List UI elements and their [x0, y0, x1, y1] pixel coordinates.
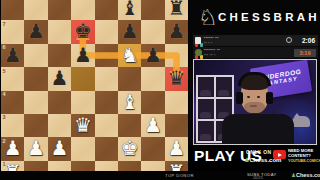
rank-label-4: 4 [3, 91, 6, 97]
square-h6[interactable] [165, 44, 188, 67]
square-a4[interactable]: 4 [1, 91, 24, 114]
square-f8[interactable] [118, 0, 141, 20]
square-f7[interactable] [118, 20, 141, 43]
square-e7[interactable] [95, 20, 118, 43]
square-h7[interactable] [165, 20, 188, 43]
square-b8[interactable] [24, 0, 47, 20]
board-squares[interactable]: 7654321 [1, 0, 188, 180]
square-g7[interactable] [141, 20, 164, 43]
chat-timestamp: 2:06 [302, 37, 315, 44]
hat [200, 134, 211, 140]
square-g4[interactable] [141, 91, 164, 114]
square-d6[interactable] [71, 44, 94, 67]
square-a7[interactable]: 7 [1, 20, 24, 43]
rank-label-7: 7 [3, 21, 6, 27]
square-c6[interactable] [48, 44, 71, 67]
need-more-content-text: NEED MORE CONTENT? [288, 149, 320, 158]
square-d2[interactable] [71, 137, 94, 160]
square-c5[interactable] [48, 67, 71, 90]
hat [218, 90, 229, 96]
square-a6[interactable]: 6 [1, 44, 24, 67]
square-e6[interactable] [95, 44, 118, 67]
shelf-cubby [198, 99, 214, 119]
square-f5[interactable] [118, 67, 141, 90]
square-b3[interactable] [24, 114, 47, 137]
square-c7[interactable] [48, 20, 71, 43]
chat-username: ▪▪▪▪▪▪ ▪▪ [204, 36, 219, 40]
shelf-cubby [198, 121, 214, 141]
square-h8[interactable] [165, 0, 188, 20]
cat [292, 116, 310, 127]
rank-label-6: 6 [3, 44, 6, 50]
chat-avatar-icon [195, 37, 201, 44]
chesscom-text: Chess.com [296, 172, 320, 178]
eye [247, 96, 250, 98]
square-f4[interactable] [118, 91, 141, 114]
chat-avatar-icon [195, 49, 202, 56]
chesscom-logo[interactable]: ♟Chess.com [291, 172, 320, 178]
square-e2[interactable] [95, 137, 118, 160]
shelf-cubby [198, 77, 214, 97]
square-b7[interactable] [24, 20, 47, 43]
chessbrah-logo: ♘ CHESSBRAH [189, 3, 320, 33]
square-g2[interactable] [141, 137, 164, 160]
rank-label-2: 2 [3, 138, 6, 144]
only-on-text: ONLY ON [246, 149, 272, 155]
clock-icon [286, 37, 292, 43]
square-e4[interactable] [95, 91, 118, 114]
chat-message-text: ▪▪▪ ▪▪ ▪ [204, 53, 216, 57]
stream-panel: ♘ CHESSBRAH ▪▪▪▪▪▪ ▪▪ ▪▪ ▪ ▪ 2:06 ▪▪▪▪▪▪… [189, 0, 320, 180]
square-d7[interactable] [71, 20, 94, 43]
webcam-video: UNDERDOG FANTASY [193, 59, 317, 145]
square-a5[interactable]: 5 [1, 67, 24, 90]
knight-outline-icon: ♘ [198, 5, 218, 31]
chat-timestamp-pill: 3:19 [294, 49, 316, 57]
chess-board[interactable]: 7654321 ♝♜♟♚♟♟♟♟♞♟♟♛♝♛♟♟♟♟♚♟♜♜ [1, 0, 189, 180]
square-c8[interactable] [48, 0, 71, 20]
beard-shadow [244, 102, 265, 113]
mouth [250, 105, 257, 107]
square-b2[interactable] [24, 137, 47, 160]
square-e5[interactable] [95, 67, 118, 90]
chat-username: ▪▪▪▪▪▪▪ ▪▪ [204, 48, 220, 52]
square-c2[interactable] [48, 137, 71, 160]
square-d5[interactable] [71, 67, 94, 90]
chat-message-row[interactable]: ▪▪▪▪▪▪▪ ▪▪ ▪▪▪ ▪▪ ▪ 3:19 [193, 47, 318, 58]
footer-strip: TOP DONOR SUBS TODAY 20/23 ♟Chess.com [0, 171, 320, 180]
eye [257, 96, 260, 98]
square-f2[interactable] [118, 137, 141, 160]
top-donor-label: TOP DONOR [165, 173, 194, 178]
streamer-torso [222, 114, 294, 145]
thumbnail-stage: 7654321 ♝♜♟♚♟♟♟♟♞♟♟♛♝♛♟♟♟♟♚♟♜♜ ♘ CHESSBR… [0, 0, 320, 180]
logo-text: CHESSBRAH [218, 11, 320, 23]
square-g8[interactable] [141, 0, 164, 20]
headphone-cup [266, 92, 273, 104]
chat-message-text: ▪▪ ▪ ▪ [204, 41, 213, 45]
headphone-cup [236, 92, 243, 104]
square-a3[interactable]: 3 [1, 114, 24, 137]
square-g6[interactable] [141, 44, 164, 67]
rank-label-5: 5 [3, 68, 6, 74]
square-a8[interactable] [1, 0, 24, 20]
rank-label-3: 3 [3, 114, 6, 120]
square-h5[interactable] [165, 67, 188, 90]
square-d8[interactable] [71, 0, 94, 20]
youtube-handle-link[interactable]: YOUTUBE.COM/CHESSBRAH [288, 159, 320, 163]
square-e8[interactable] [95, 0, 118, 20]
square-h3[interactable] [165, 114, 188, 137]
hat [200, 90, 211, 96]
square-h2[interactable] [165, 137, 188, 160]
youtube-play-icon[interactable] [273, 150, 286, 159]
square-f3[interactable] [118, 114, 141, 137]
promo-bar: PLAY US ONLY ON ♟Chess.com NEED MORE CON… [189, 145, 320, 171]
square-c3[interactable] [48, 114, 71, 137]
shelf-cubby [216, 77, 232, 97]
square-d3[interactable] [71, 114, 94, 137]
square-a2[interactable]: 2 [1, 137, 24, 160]
square-b6[interactable] [24, 44, 47, 67]
square-b4[interactable] [24, 91, 47, 114]
square-g3[interactable] [141, 114, 164, 137]
square-h4[interactable] [165, 91, 188, 114]
square-b5[interactable] [24, 67, 47, 90]
square-g5[interactable] [141, 67, 164, 90]
square-c4[interactable] [48, 91, 71, 114]
square-d4[interactable] [71, 91, 94, 114]
subs-count: 20/23 [253, 176, 263, 180]
hat [200, 112, 211, 118]
rank-label-1: 1 [3, 161, 6, 167]
square-f6[interactable] [118, 44, 141, 67]
square-e3[interactable] [95, 114, 118, 137]
chat-message-row[interactable]: ▪▪▪▪▪▪ ▪▪ ▪▪ ▪ ▪ 2:06 [193, 35, 318, 46]
